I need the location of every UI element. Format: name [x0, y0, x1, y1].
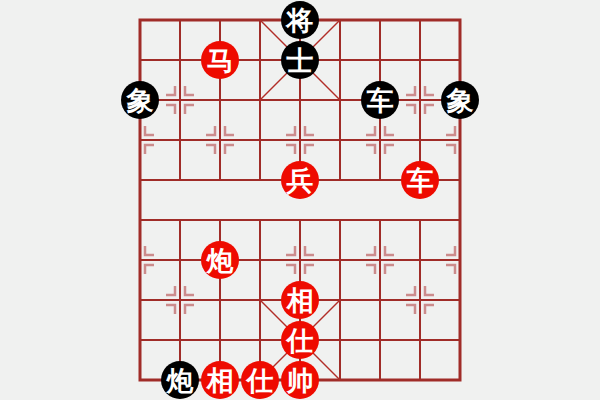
piece-red-advisor[interactable]: 仕	[241, 361, 279, 399]
piece-black-advisor[interactable]: 士	[281, 41, 319, 79]
piece-red-horse[interactable]: 马	[201, 41, 239, 79]
board-intersections: 将马士象车象兵车炮相仕炮相仕帅	[120, 0, 480, 400]
xiangqi-board: 将马士象车象兵车炮相仕炮相仕帅	[0, 0, 600, 400]
piece-black-general[interactable]: 将	[281, 1, 319, 39]
piece-black-cannon[interactable]: 炮	[161, 361, 199, 399]
piece-black-elephant[interactable]: 象	[441, 81, 479, 119]
piece-red-general[interactable]: 帅	[281, 361, 319, 399]
piece-red-elephant[interactable]: 相	[201, 361, 239, 399]
piece-red-soldier[interactable]: 兵	[281, 161, 319, 199]
piece-red-chariot[interactable]: 车	[401, 161, 439, 199]
piece-red-cannon[interactable]: 炮	[201, 241, 239, 279]
piece-red-elephant[interactable]: 相	[281, 281, 319, 319]
piece-black-elephant[interactable]: 象	[121, 81, 159, 119]
piece-black-chariot[interactable]: 车	[361, 81, 399, 119]
piece-red-advisor[interactable]: 仕	[281, 321, 319, 359]
